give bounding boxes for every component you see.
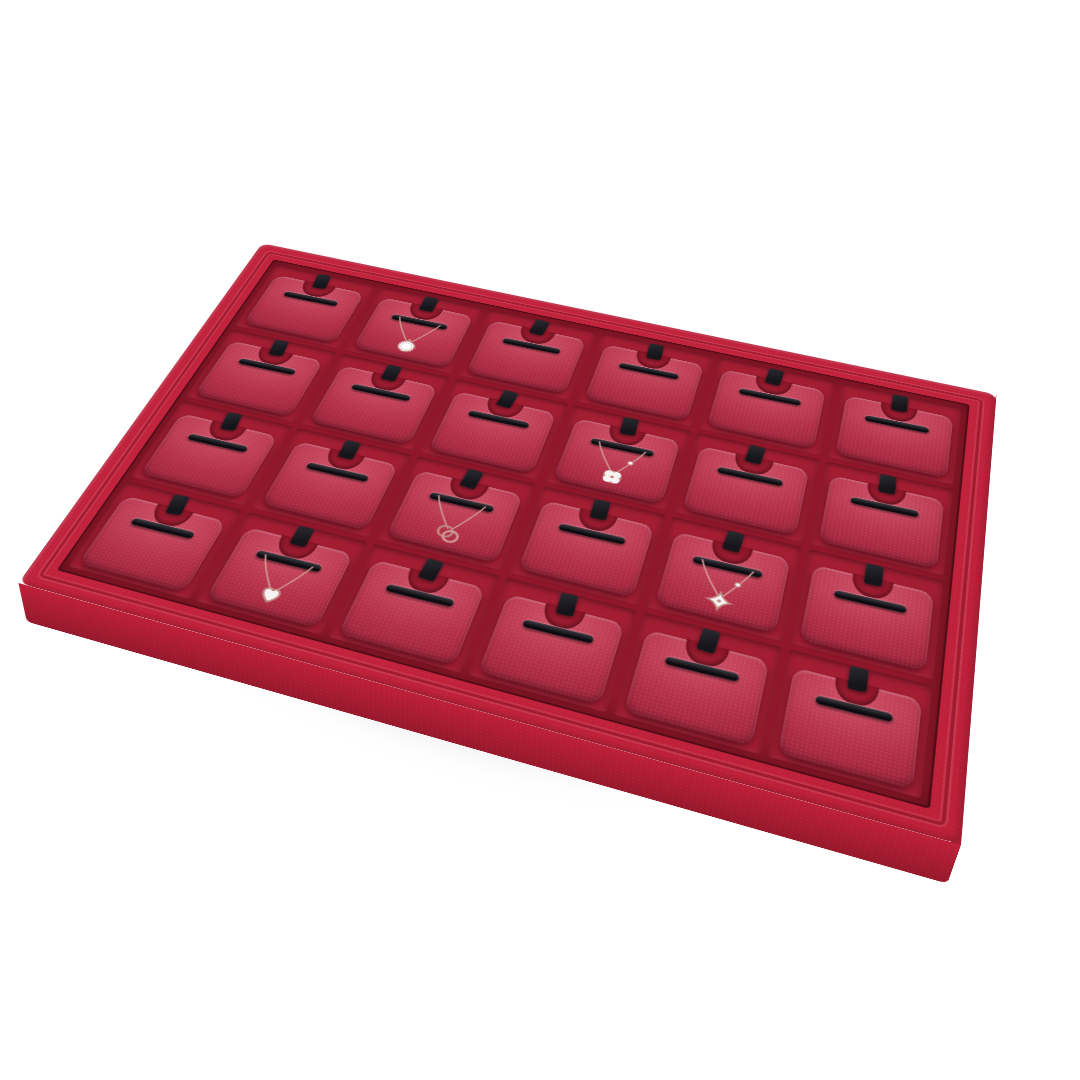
necklace-chain [694,559,726,595]
slot-pillow [206,527,354,628]
pillow-notch [850,574,894,603]
chain-clip-bar [693,556,763,578]
slot-r4c5 [614,612,781,754]
slot-pillow [624,630,769,746]
chain-clip-bar [834,590,907,613]
necklace-chain [274,561,313,598]
slot-pillow [261,441,398,530]
pendant-star-center [717,599,722,603]
ribbon-hanger-tab [891,394,909,412]
ribbon-hanger-tab [556,592,579,616]
necklace-chain [426,495,460,528]
pillow-notch [709,540,753,568]
slot-pillow [429,391,557,474]
chain-clip-bar [255,550,322,572]
ribbon-hanger-tab [166,494,190,515]
ribbon-hanger-tab [418,558,445,582]
pendant-heart [259,586,282,603]
slot-pillow [518,500,654,597]
chain-clip-bar [522,619,594,643]
chain-clip-bar [130,518,195,539]
necklace-chain [248,554,287,590]
necklace-chain [410,321,440,347]
slot-pillow [478,594,624,705]
ribbon-hanger-tab [722,530,745,553]
slot-r3c4 [508,486,665,605]
slot-pillow [338,560,485,666]
slot-pillow [140,414,278,499]
slot-pillow [79,495,227,592]
slot-pillow [818,475,943,569]
chain-clip-bar [665,656,740,681]
slot-r4c1 [69,481,242,599]
slot-pillow [309,365,437,444]
slot-grid [69,265,962,799]
chain-clip-bar [815,695,893,722]
slot-r3c5 [646,517,801,641]
necklace-chain [590,441,621,472]
pillow-notch [539,603,586,633]
ribbon-hanger-tab [589,499,610,520]
ribbon-hanger-tab [878,474,897,495]
slot-pillow [584,345,703,422]
slot-pillow [466,321,586,395]
slot-r4c4 [468,577,637,713]
photo-backdrop [0,0,1080,1080]
slot-r3c1 [131,400,292,504]
pillow-notch [832,677,879,710]
ribbon-hanger-tab [864,563,884,586]
pendant-ring [441,530,460,544]
necklace-star [646,517,801,641]
pillow-notch [682,639,729,671]
necklace-heart [195,511,367,634]
slot-r4c3 [328,543,499,672]
slot-pillow [778,667,922,789]
slot-r4c6 [768,649,933,798]
jewelry-tray [18,243,996,845]
pillow-notch [148,503,194,529]
ribbon-hanger-tab [289,525,315,547]
necklace-chain [387,317,418,342]
pillow-notch [403,568,449,597]
chain-clip-bar [558,523,626,544]
chain-clip-bar [850,497,918,517]
slot-pillow [195,341,324,417]
pendant-ring [436,525,454,539]
scene [0,0,1080,1080]
slot-r4c2 [195,511,367,634]
ribbon-hanger-tab [697,628,722,654]
pendant-star [705,590,732,612]
pillow-notch [272,535,318,563]
slot-pillow [244,275,365,343]
slot-pillow [799,565,933,672]
chain-clip-bar [385,584,454,607]
slot-r3c6 [790,549,943,679]
pillow-notch [574,508,617,535]
slot-pillow [386,470,523,563]
chain-accent-diamond [735,582,742,587]
necklace-chain [722,566,753,603]
pillow-notch [865,483,906,509]
ribbon-hanger-tab [847,665,869,692]
slot-pillow [655,532,790,634]
necklace-chain [452,501,486,535]
chain-clip-bar [429,492,494,512]
